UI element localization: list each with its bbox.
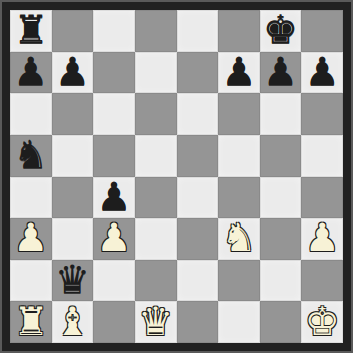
square-h4[interactable] [301,177,343,219]
square-e3[interactable] [177,218,219,260]
square-f5[interactable] [218,135,260,177]
square-a7[interactable]: ♟ [10,52,52,94]
chess-board-frame: ♜♚♟♟♟♟♟♞♟♟♟♞♟♛♜♝♛♚ [0,0,353,353]
square-d8[interactable] [135,10,177,52]
piece-black-king-g8: ♚ [263,10,298,49]
square-g4[interactable] [260,177,302,219]
square-e4[interactable] [177,177,219,219]
square-g6[interactable] [260,93,302,135]
square-g3[interactable] [260,218,302,260]
piece-white-pawn-a3: ♟ [13,218,48,257]
square-c3[interactable]: ♟ [93,218,135,260]
piece-white-knight-f3: ♞ [221,218,256,257]
square-c2[interactable] [93,260,135,302]
square-b6[interactable] [52,93,94,135]
square-g8[interactable]: ♚ [260,10,302,52]
square-b1[interactable]: ♝ [52,301,94,343]
square-f3[interactable]: ♞ [218,218,260,260]
piece-white-king-h1: ♚ [305,302,340,341]
square-d6[interactable] [135,93,177,135]
square-c1[interactable] [93,301,135,343]
piece-white-bishop-b1: ♝ [55,302,90,341]
square-g2[interactable] [260,260,302,302]
square-a1[interactable]: ♜ [10,301,52,343]
piece-black-pawn-a7: ♟ [13,52,48,91]
square-f8[interactable] [218,10,260,52]
square-a6[interactable] [10,93,52,135]
square-f2[interactable] [218,260,260,302]
piece-black-pawn-g7: ♟ [263,52,298,91]
chess-board: ♜♚♟♟♟♟♟♞♟♟♟♞♟♛♜♝♛♚ [10,10,343,343]
piece-black-rook-a8: ♜ [13,10,48,49]
square-e2[interactable] [177,260,219,302]
square-h8[interactable] [301,10,343,52]
piece-black-pawn-h7: ♟ [305,52,340,91]
square-h1[interactable]: ♚ [301,301,343,343]
square-f4[interactable] [218,177,260,219]
square-e6[interactable] [177,93,219,135]
square-b7[interactable]: ♟ [52,52,94,94]
square-d4[interactable] [135,177,177,219]
piece-white-rook-a1: ♜ [13,302,48,341]
square-g7[interactable]: ♟ [260,52,302,94]
piece-black-knight-a5: ♞ [13,135,48,174]
square-d5[interactable] [135,135,177,177]
square-a4[interactable] [10,177,52,219]
square-c7[interactable] [93,52,135,94]
square-e7[interactable] [177,52,219,94]
chess-board-border: ♜♚♟♟♟♟♟♞♟♟♟♞♟♛♜♝♛♚ [2,2,351,351]
square-d2[interactable] [135,260,177,302]
piece-black-pawn-f7: ♟ [221,52,256,91]
piece-black-queen-b2: ♛ [55,260,90,299]
square-f7[interactable]: ♟ [218,52,260,94]
square-b8[interactable] [52,10,94,52]
piece-black-pawn-c4: ♟ [97,177,132,216]
square-c5[interactable] [93,135,135,177]
square-b3[interactable] [52,218,94,260]
square-d1[interactable]: ♛ [135,301,177,343]
square-b2[interactable]: ♛ [52,260,94,302]
square-g5[interactable] [260,135,302,177]
square-f6[interactable] [218,93,260,135]
square-e8[interactable] [177,10,219,52]
square-h7[interactable]: ♟ [301,52,343,94]
piece-white-pawn-h3: ♟ [305,218,340,257]
square-e1[interactable] [177,301,219,343]
square-h3[interactable]: ♟ [301,218,343,260]
square-b5[interactable] [52,135,94,177]
square-c8[interactable] [93,10,135,52]
square-c4[interactable]: ♟ [93,177,135,219]
piece-white-queen-d1: ♛ [138,302,173,341]
square-d3[interactable] [135,218,177,260]
piece-white-pawn-c3: ♟ [97,218,132,257]
square-g1[interactable] [260,301,302,343]
square-h2[interactable] [301,260,343,302]
piece-black-pawn-b7: ♟ [55,52,90,91]
square-d7[interactable] [135,52,177,94]
square-h6[interactable] [301,93,343,135]
square-a5[interactable]: ♞ [10,135,52,177]
square-c6[interactable] [93,93,135,135]
square-b4[interactable] [52,177,94,219]
square-a2[interactable] [10,260,52,302]
square-f1[interactable] [218,301,260,343]
square-e5[interactable] [177,135,219,177]
square-a8[interactable]: ♜ [10,10,52,52]
square-a3[interactable]: ♟ [10,218,52,260]
square-h5[interactable] [301,135,343,177]
